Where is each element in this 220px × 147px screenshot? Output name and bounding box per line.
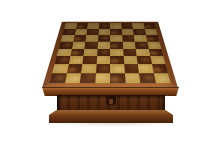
square-b2[interactable]	[66, 64, 82, 73]
square-b4[interactable]	[70, 49, 84, 57]
square-h5[interactable]	[147, 41, 161, 48]
square-d4[interactable]	[97, 49, 110, 57]
square-e1[interactable]	[110, 73, 125, 83]
square-f1[interactable]	[125, 73, 141, 83]
square-h1[interactable]	[154, 73, 171, 83]
square-h3[interactable]	[150, 56, 166, 64]
board-shadow	[46, 120, 176, 127]
square-c5[interactable]	[84, 41, 97, 48]
square-f5[interactable]	[122, 41, 135, 48]
square-c1[interactable]	[80, 73, 96, 83]
square-d2[interactable]	[95, 64, 110, 73]
square-e4[interactable]	[110, 49, 123, 57]
square-b1[interactable]	[64, 73, 81, 83]
drawer-pull[interactable]	[103, 96, 119, 105]
board-frame	[42, 22, 178, 88]
square-d5[interactable]	[97, 41, 110, 48]
square-h4[interactable]	[148, 49, 163, 57]
square-c3[interactable]	[82, 56, 96, 64]
square-b5[interactable]	[72, 41, 86, 48]
chessboard-photo	[0, 0, 220, 147]
square-e2[interactable]	[110, 64, 125, 73]
square-e3[interactable]	[110, 56, 124, 64]
drawer-knob-icon	[109, 99, 113, 104]
square-h2[interactable]	[152, 64, 168, 73]
square-c2[interactable]	[81, 64, 96, 73]
square-c4[interactable]	[83, 49, 97, 57]
square-d1[interactable]	[95, 73, 110, 83]
square-e5[interactable]	[110, 41, 123, 48]
square-f3[interactable]	[123, 56, 137, 64]
square-f4[interactable]	[123, 49, 137, 57]
square-f2[interactable]	[124, 64, 139, 73]
square-d3[interactable]	[96, 56, 110, 64]
square-b3[interactable]	[68, 56, 83, 64]
chessboard	[42, 22, 178, 88]
board-grid	[49, 23, 170, 83]
